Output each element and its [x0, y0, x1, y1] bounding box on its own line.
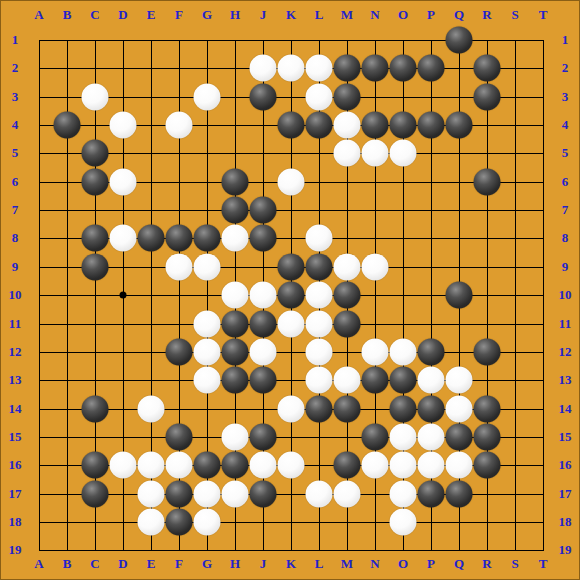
row-label-left: 17	[9, 486, 22, 502]
white-stone[interactable]	[390, 338, 417, 365]
column-label-bottom: D	[118, 556, 127, 572]
black-stone[interactable]	[82, 140, 109, 167]
black-stone[interactable]	[306, 395, 333, 422]
black-stone[interactable]	[250, 310, 277, 337]
white-stone[interactable]	[194, 367, 221, 394]
white-stone[interactable]	[194, 508, 221, 535]
black-stone[interactable]	[278, 282, 305, 309]
column-label-top: M	[341, 7, 353, 23]
row-label-left: 15	[9, 429, 22, 445]
row-label-left: 2	[12, 60, 19, 76]
black-stone[interactable]	[82, 225, 109, 252]
black-stone[interactable]	[474, 338, 501, 365]
row-label-left: 16	[9, 457, 22, 473]
grid-line-horizontal	[39, 550, 544, 551]
black-stone[interactable]	[334, 395, 361, 422]
white-stone[interactable]	[250, 55, 277, 82]
white-stone[interactable]	[166, 253, 193, 280]
white-stone[interactable]	[194, 338, 221, 365]
column-label-top: S	[511, 7, 518, 23]
white-stone[interactable]	[446, 452, 473, 479]
black-stone[interactable]	[250, 197, 277, 224]
white-stone[interactable]	[166, 452, 193, 479]
white-stone[interactable]	[138, 480, 165, 507]
column-label-top: R	[482, 7, 491, 23]
row-label-right: 13	[559, 372, 572, 388]
row-label-left: 4	[12, 117, 19, 133]
black-stone[interactable]	[250, 480, 277, 507]
white-stone[interactable]	[222, 423, 249, 450]
row-label-right: 14	[559, 401, 572, 417]
white-stone[interactable]	[110, 168, 137, 195]
row-label-left: 6	[12, 174, 19, 190]
black-stone[interactable]	[446, 282, 473, 309]
white-stone[interactable]	[334, 367, 361, 394]
grid-line-vertical	[543, 40, 544, 550]
column-label-bottom: R	[482, 556, 491, 572]
row-label-left: 1	[12, 32, 19, 48]
grid-line-horizontal	[39, 352, 544, 353]
white-stone[interactable]	[306, 338, 333, 365]
row-label-right: 10	[559, 287, 572, 303]
white-stone[interactable]	[306, 83, 333, 110]
column-label-top: D	[118, 7, 127, 23]
grid-line-horizontal	[39, 522, 544, 523]
black-stone[interactable]	[166, 423, 193, 450]
star-point	[120, 292, 127, 299]
white-stone[interactable]	[194, 480, 221, 507]
column-label-bottom: O	[398, 556, 408, 572]
black-stone[interactable]	[418, 338, 445, 365]
white-stone[interactable]	[222, 225, 249, 252]
black-stone[interactable]	[222, 197, 249, 224]
black-stone[interactable]	[334, 310, 361, 337]
black-stone[interactable]	[474, 395, 501, 422]
column-label-bottom: B	[63, 556, 72, 572]
black-stone[interactable]	[390, 367, 417, 394]
black-stone[interactable]	[334, 83, 361, 110]
white-stone[interactable]	[334, 480, 361, 507]
black-stone[interactable]	[474, 83, 501, 110]
white-stone[interactable]	[390, 508, 417, 535]
white-stone[interactable]	[138, 395, 165, 422]
column-label-top: L	[315, 7, 324, 23]
column-label-top: N	[370, 7, 379, 23]
column-label-bottom: T	[539, 556, 548, 572]
white-stone[interactable]	[110, 112, 137, 139]
white-stone[interactable]	[362, 452, 389, 479]
black-stone[interactable]	[418, 480, 445, 507]
white-stone[interactable]	[278, 395, 305, 422]
white-stone[interactable]	[278, 55, 305, 82]
black-stone[interactable]	[334, 282, 361, 309]
white-stone[interactable]	[250, 282, 277, 309]
black-stone[interactable]	[278, 112, 305, 139]
black-stone[interactable]	[474, 423, 501, 450]
black-stone[interactable]	[82, 395, 109, 422]
white-stone[interactable]	[306, 282, 333, 309]
black-stone[interactable]	[390, 55, 417, 82]
black-stone[interactable]	[446, 112, 473, 139]
column-label-bottom: H	[230, 556, 240, 572]
go-board: AABBCCDDEEFFGGHHJJKKLLMMNNOOPPQQRRSSTT11…	[0, 0, 580, 580]
black-stone[interactable]	[362, 423, 389, 450]
white-stone[interactable]	[362, 140, 389, 167]
white-stone[interactable]	[194, 310, 221, 337]
white-stone[interactable]	[306, 225, 333, 252]
white-stone[interactable]	[278, 310, 305, 337]
row-label-right: 6	[562, 174, 569, 190]
white-stone[interactable]	[222, 480, 249, 507]
row-label-right: 1	[562, 32, 569, 48]
black-stone[interactable]	[82, 480, 109, 507]
white-stone[interactable]	[446, 395, 473, 422]
white-stone[interactable]	[306, 480, 333, 507]
column-label-top: F	[175, 7, 183, 23]
black-stone[interactable]	[222, 310, 249, 337]
column-label-top: J	[260, 7, 267, 23]
row-label-right: 7	[562, 202, 569, 218]
row-label-left: 12	[9, 344, 22, 360]
column-label-bottom: K	[286, 556, 296, 572]
black-stone[interactable]	[166, 508, 193, 535]
column-label-bottom: S	[511, 556, 518, 572]
column-label-bottom: J	[260, 556, 267, 572]
black-stone[interactable]	[334, 55, 361, 82]
black-stone[interactable]	[446, 423, 473, 450]
white-stone[interactable]	[138, 508, 165, 535]
row-label-right: 12	[559, 344, 572, 360]
black-stone[interactable]	[82, 168, 109, 195]
white-stone[interactable]	[222, 282, 249, 309]
row-label-left: 10	[9, 287, 22, 303]
white-stone[interactable]	[166, 112, 193, 139]
row-label-right: 15	[559, 429, 572, 445]
black-stone[interactable]	[194, 452, 221, 479]
black-stone[interactable]	[250, 423, 277, 450]
black-stone[interactable]	[166, 480, 193, 507]
column-label-top: B	[63, 7, 72, 23]
row-label-left: 5	[12, 145, 19, 161]
column-label-top: P	[427, 7, 435, 23]
black-stone[interactable]	[474, 55, 501, 82]
black-stone[interactable]	[166, 338, 193, 365]
white-stone[interactable]	[194, 253, 221, 280]
black-stone[interactable]	[250, 367, 277, 394]
grid-line-vertical	[515, 40, 516, 550]
black-stone[interactable]	[446, 480, 473, 507]
column-label-bottom: N	[370, 556, 379, 572]
black-stone[interactable]	[222, 168, 249, 195]
row-label-right: 19	[559, 542, 572, 558]
column-label-bottom: A	[34, 556, 43, 572]
column-label-bottom: M	[341, 556, 353, 572]
column-label-top: C	[90, 7, 99, 23]
white-stone[interactable]	[250, 338, 277, 365]
white-stone[interactable]	[390, 140, 417, 167]
white-stone[interactable]	[418, 452, 445, 479]
black-stone[interactable]	[250, 225, 277, 252]
white-stone[interactable]	[306, 367, 333, 394]
black-stone[interactable]	[250, 83, 277, 110]
column-label-bottom: E	[147, 556, 156, 572]
column-label-bottom: L	[315, 556, 324, 572]
white-stone[interactable]	[278, 168, 305, 195]
row-label-right: 11	[559, 316, 571, 332]
row-label-right: 4	[562, 117, 569, 133]
white-stone[interactable]	[362, 253, 389, 280]
white-stone[interactable]	[194, 83, 221, 110]
white-stone[interactable]	[390, 452, 417, 479]
black-stone[interactable]	[82, 452, 109, 479]
black-stone[interactable]	[418, 55, 445, 82]
white-stone[interactable]	[306, 55, 333, 82]
row-label-left: 11	[9, 316, 21, 332]
white-stone[interactable]	[278, 452, 305, 479]
white-stone[interactable]	[390, 480, 417, 507]
white-stone[interactable]	[390, 423, 417, 450]
column-label-top: Q	[454, 7, 464, 23]
black-stone[interactable]	[334, 452, 361, 479]
black-stone[interactable]	[446, 27, 473, 54]
row-label-left: 9	[12, 259, 19, 275]
column-label-bottom: G	[202, 556, 212, 572]
white-stone[interactable]	[306, 310, 333, 337]
column-label-bottom: C	[90, 556, 99, 572]
black-stone[interactable]	[306, 112, 333, 139]
row-label-right: 16	[559, 457, 572, 473]
row-label-left: 14	[9, 401, 22, 417]
white-stone[interactable]	[110, 452, 137, 479]
black-stone[interactable]	[222, 338, 249, 365]
black-stone[interactable]	[194, 225, 221, 252]
black-stone[interactable]	[54, 112, 81, 139]
black-stone[interactable]	[278, 253, 305, 280]
column-label-bottom: Q	[454, 556, 464, 572]
black-stone[interactable]	[362, 367, 389, 394]
row-label-left: 19	[9, 542, 22, 558]
black-stone[interactable]	[82, 253, 109, 280]
white-stone[interactable]	[362, 338, 389, 365]
column-label-top: A	[34, 7, 43, 23]
white-stone[interactable]	[446, 367, 473, 394]
black-stone[interactable]	[474, 452, 501, 479]
row-label-right: 8	[562, 230, 569, 246]
column-label-top: E	[147, 7, 156, 23]
black-stone[interactable]	[362, 55, 389, 82]
black-stone[interactable]	[418, 395, 445, 422]
row-label-right: 18	[559, 514, 572, 530]
black-stone[interactable]	[390, 112, 417, 139]
row-label-left: 13	[9, 372, 22, 388]
column-label-top: T	[539, 7, 548, 23]
black-stone[interactable]	[138, 225, 165, 252]
black-stone[interactable]	[362, 112, 389, 139]
row-label-right: 17	[559, 486, 572, 502]
black-stone[interactable]	[166, 225, 193, 252]
row-label-left: 7	[12, 202, 19, 218]
column-label-top: H	[230, 7, 240, 23]
column-label-bottom: F	[175, 556, 183, 572]
white-stone[interactable]	[250, 452, 277, 479]
row-label-left: 18	[9, 514, 22, 530]
black-stone[interactable]	[306, 253, 333, 280]
row-label-right: 9	[562, 259, 569, 275]
white-stone[interactable]	[334, 140, 361, 167]
row-label-right: 2	[562, 60, 569, 76]
black-stone[interactable]	[390, 395, 417, 422]
white-stone[interactable]	[418, 367, 445, 394]
white-stone[interactable]	[82, 83, 109, 110]
white-stone[interactable]	[334, 253, 361, 280]
column-label-bottom: P	[427, 556, 435, 572]
black-stone[interactable]	[474, 168, 501, 195]
row-label-left: 3	[12, 89, 19, 105]
black-stone[interactable]	[418, 112, 445, 139]
row-label-left: 8	[12, 230, 19, 246]
column-label-top: G	[202, 7, 212, 23]
row-label-right: 5	[562, 145, 569, 161]
black-stone[interactable]	[222, 452, 249, 479]
row-label-right: 3	[562, 89, 569, 105]
black-stone[interactable]	[222, 367, 249, 394]
white-stone[interactable]	[418, 423, 445, 450]
column-label-top: O	[398, 7, 408, 23]
white-stone[interactable]	[334, 112, 361, 139]
white-stone[interactable]	[110, 225, 137, 252]
white-stone[interactable]	[138, 452, 165, 479]
column-label-top: K	[286, 7, 296, 23]
